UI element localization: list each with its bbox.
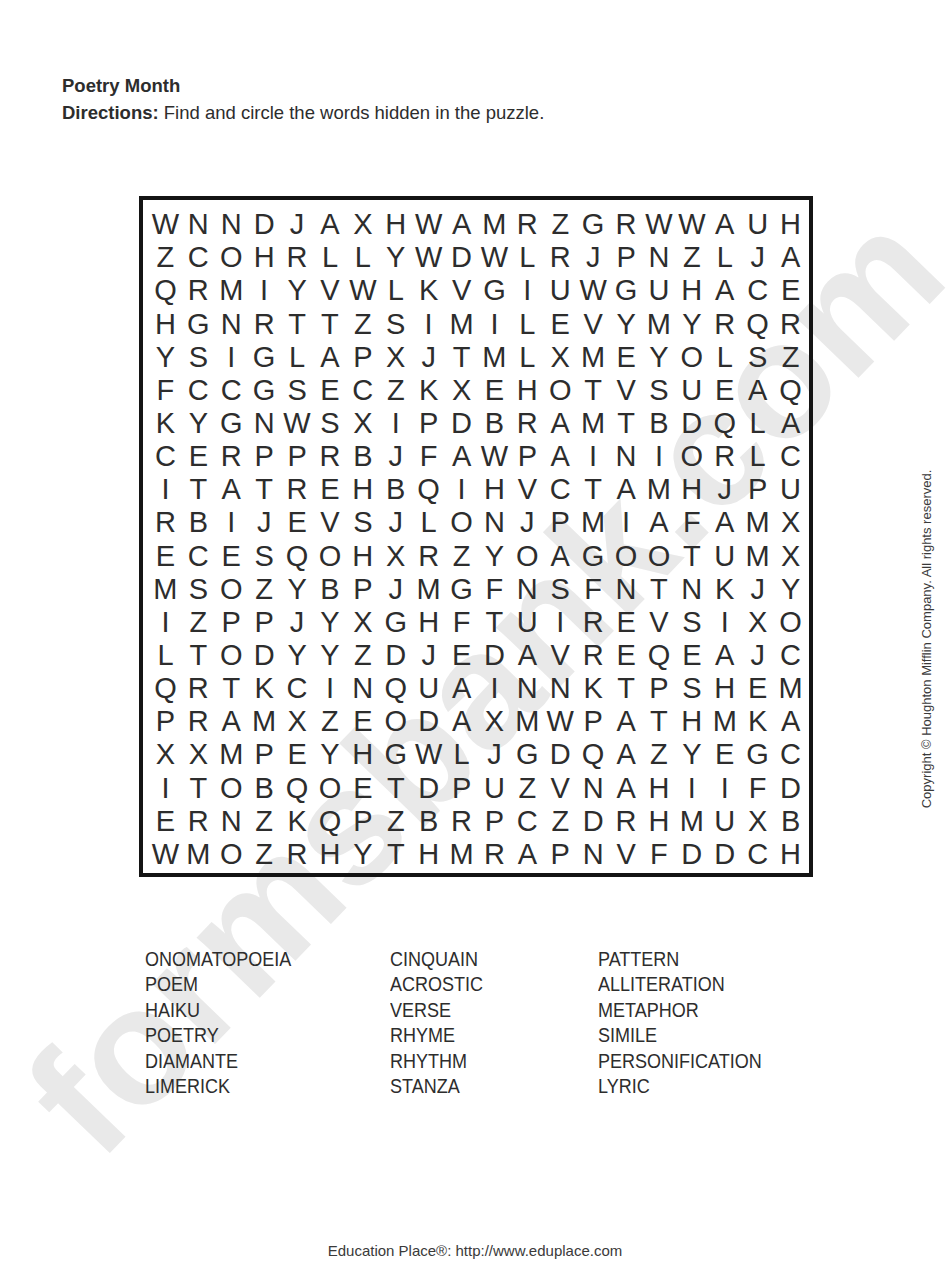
grid-cell: I (314, 672, 347, 705)
grid-cell: G (478, 274, 511, 307)
grid-cell: Z (379, 374, 412, 407)
grid-cell: R (182, 705, 215, 738)
grid-cell: A (708, 274, 741, 307)
grid-cell: N (511, 672, 544, 705)
grid-cell: X (346, 208, 379, 241)
grid-cell: Q (281, 540, 314, 573)
word-list-item: ONOMATOPOEIA (145, 947, 291, 972)
grid-cell: D (445, 407, 478, 440)
grid-cell: S (182, 573, 215, 606)
grid-cell: Q (412, 473, 445, 506)
grid-cell: O (445, 506, 478, 539)
grid-cell: A (774, 407, 807, 440)
grid-cell: H (708, 672, 741, 705)
grid-cell: F (741, 772, 774, 805)
grid-cell: C (774, 440, 807, 473)
grid-cell: N (675, 573, 708, 606)
grid-cell: P (544, 838, 577, 871)
grid-cell: E (610, 341, 643, 374)
grid-cell: T (610, 407, 643, 440)
grid-cell: A (741, 374, 774, 407)
grid-cell: U (708, 540, 741, 573)
grid-cell: X (346, 606, 379, 639)
grid-cell: E (478, 374, 511, 407)
grid-cell: D (248, 639, 281, 672)
word-list-item: STANZA (390, 1074, 483, 1099)
grid-cell: D (577, 805, 610, 838)
grid-cell: S (741, 341, 774, 374)
word-list-item: RHYME (390, 1023, 483, 1048)
grid-cell: K (149, 407, 182, 440)
word-list-item: CINQUAIN (390, 947, 483, 972)
grid-cell: P (544, 506, 577, 539)
grid-cell: N (577, 772, 610, 805)
grid-cell: I (577, 440, 610, 473)
grid-cell: P (577, 705, 610, 738)
grid-cell: Y (774, 573, 807, 606)
word-list-item: POETRY (145, 1023, 291, 1048)
grid-cell: A (708, 639, 741, 672)
grid-cell: R (774, 307, 807, 340)
grid-cell: N (511, 573, 544, 606)
grid-cell: C (215, 374, 248, 407)
grid-cell: X (281, 705, 314, 738)
grid-cell: D (544, 738, 577, 771)
grid-cell: W (281, 407, 314, 440)
grid-cell: F (643, 838, 676, 871)
word-list-item: LYRIC (598, 1074, 762, 1099)
grid-cell: V (610, 374, 643, 407)
grid-cell: J (379, 506, 412, 539)
grid-cell: W (478, 440, 511, 473)
word-list-column-1: ONOMATOPOEIAPOEMHAIKUPOETRYDIAMANTELIMER… (145, 947, 308, 1099)
grid-cell: I (248, 274, 281, 307)
grid-cell: C (149, 440, 182, 473)
grid-cell: Z (182, 606, 215, 639)
grid-cell: E (314, 473, 347, 506)
grid-cell: Y (149, 341, 182, 374)
grid-cell: G (248, 374, 281, 407)
grid-cell: D (412, 772, 445, 805)
grid-cell: A (774, 705, 807, 738)
grid-cell: W (149, 208, 182, 241)
grid-cell: K (412, 274, 445, 307)
grid-cell: U (544, 274, 577, 307)
grid-cell: V (511, 473, 544, 506)
grid-cell: T (248, 473, 281, 506)
grid-cell: O (379, 705, 412, 738)
grid-cell: M (741, 506, 774, 539)
grid-cell: Y (182, 407, 215, 440)
grid-cell: O (215, 639, 248, 672)
grid-cell: X (741, 805, 774, 838)
grid-cell: A (511, 838, 544, 871)
grid-cell: G (741, 738, 774, 771)
grid-cell: M (643, 473, 676, 506)
word-list-item: RHYTHM (390, 1049, 483, 1074)
grid-cell: G (610, 274, 643, 307)
grid-cell: P (346, 805, 379, 838)
grid-cell: A (610, 473, 643, 506)
grid-cell: R (281, 473, 314, 506)
grid-cell: X (774, 540, 807, 573)
grid-cell: X (379, 341, 412, 374)
grid-cell: R (149, 506, 182, 539)
grid-cell: R (610, 208, 643, 241)
grid-cell: G (577, 208, 610, 241)
grid-cell: C (511, 805, 544, 838)
grid-cell: C (544, 473, 577, 506)
grid-cell: R (182, 805, 215, 838)
grid-cell: D (412, 705, 445, 738)
grid-cell: E (281, 506, 314, 539)
grid-cell: L (511, 307, 544, 340)
grid-cell: E (544, 307, 577, 340)
grid-cell: U (412, 672, 445, 705)
grid-cell: J (281, 208, 314, 241)
grid-cell: F (478, 573, 511, 606)
grid-cell: T (281, 307, 314, 340)
grid-cell: D (675, 407, 708, 440)
grid-cell: F (412, 440, 445, 473)
grid-cell: I (478, 672, 511, 705)
grid-cell: P (741, 473, 774, 506)
grid-cell: Z (346, 307, 379, 340)
grid-cell: Q (774, 374, 807, 407)
grid-cell: J (741, 639, 774, 672)
grid-cell: S (182, 341, 215, 374)
grid-cell: H (346, 540, 379, 573)
grid-cell: X (774, 506, 807, 539)
grid-cell: M (577, 407, 610, 440)
grid-cell: Q (149, 672, 182, 705)
grid-cell: J (741, 573, 774, 606)
grid-cell: F (577, 573, 610, 606)
grid-cell: N (215, 805, 248, 838)
grid-cell: L (708, 241, 741, 274)
grid-cell: I (544, 606, 577, 639)
grid-cell: X (346, 407, 379, 440)
grid-cell: C (741, 274, 774, 307)
grid-cell: Z (675, 241, 708, 274)
grid-cell: L (281, 341, 314, 374)
grid-cell: T (215, 672, 248, 705)
grid-cell: R (248, 307, 281, 340)
grid-cell: Z (149, 241, 182, 274)
grid-cell: A (314, 208, 347, 241)
grid-cell: L (511, 241, 544, 274)
grid-cell: T (182, 473, 215, 506)
grid-cell: O (675, 341, 708, 374)
grid-cell: K (577, 672, 610, 705)
grid-cell: P (511, 440, 544, 473)
grid-cell: X (741, 606, 774, 639)
grid-cell: D (445, 241, 478, 274)
grid-cell: C (281, 672, 314, 705)
grid-cell: S (346, 506, 379, 539)
grid-cell: L (741, 407, 774, 440)
grid-cell: E (182, 440, 215, 473)
grid-cell: P (248, 440, 281, 473)
grid-cell: E (708, 738, 741, 771)
grid-cell: N (215, 307, 248, 340)
grid-cell: W (544, 705, 577, 738)
grid-cell: M (445, 307, 478, 340)
grid-cell: W (346, 274, 379, 307)
grid-cell: C (182, 241, 215, 274)
grid-cell: B (248, 772, 281, 805)
grid-cell: D (248, 208, 281, 241)
grid-cell: A (774, 241, 807, 274)
grid-cell: R (511, 407, 544, 440)
grid-cell: S (675, 672, 708, 705)
grid-cell: A (445, 208, 478, 241)
grid-cell: J (412, 639, 445, 672)
grid-cell: E (346, 772, 379, 805)
grid-cell: S (248, 540, 281, 573)
grid-cell: T (182, 639, 215, 672)
grid-cell: M (182, 838, 215, 871)
grid-cell: K (412, 374, 445, 407)
grid-cell: H (675, 473, 708, 506)
grid-cell: M (741, 540, 774, 573)
grid-cell: I (708, 772, 741, 805)
grid-cell: F (675, 506, 708, 539)
word-list-item: LIMERICK (145, 1074, 291, 1099)
grid-cell: J (412, 341, 445, 374)
grid-cell: M (675, 805, 708, 838)
grid-cell: T (577, 473, 610, 506)
grid-cell: G (182, 307, 215, 340)
grid-cell: E (610, 606, 643, 639)
grid-cell: L (412, 506, 445, 539)
grid-cell: U (511, 606, 544, 639)
grid-cell: B (346, 440, 379, 473)
grid-cell: C (774, 639, 807, 672)
grid-cell: O (675, 440, 708, 473)
grid-cell: K (281, 805, 314, 838)
grid-cell: K (248, 672, 281, 705)
grid-cell: V (577, 307, 610, 340)
grid-cell: A (445, 440, 478, 473)
grid-cell: T (643, 705, 676, 738)
grid-cell: B (314, 573, 347, 606)
grid-cell: O (215, 573, 248, 606)
grid-cell: Z (248, 838, 281, 871)
grid-cell: M (774, 672, 807, 705)
grid-cell: S (314, 407, 347, 440)
grid-cell: H (774, 838, 807, 871)
grid-cell: P (248, 738, 281, 771)
grid-cell: O (511, 540, 544, 573)
grid-cell: Z (445, 540, 478, 573)
grid-cell: E (149, 540, 182, 573)
grid-cell: P (281, 440, 314, 473)
grid-cell: I (149, 473, 182, 506)
grid-cell: I (478, 307, 511, 340)
grid-cell: W (412, 208, 445, 241)
grid-cell: S (379, 307, 412, 340)
grid-cell: Z (544, 805, 577, 838)
grid-cell: R (182, 672, 215, 705)
grid-cell: Q (379, 672, 412, 705)
grid-cell: I (412, 307, 445, 340)
grid-cell: I (675, 772, 708, 805)
grid-cell: I (149, 772, 182, 805)
grid-cell: J (708, 473, 741, 506)
directions-text: Find and circle the words hidden in the … (164, 102, 545, 123)
grid-cell: W (149, 838, 182, 871)
grid-cell: N (478, 506, 511, 539)
grid-cell: B (412, 805, 445, 838)
grid-cell: N (643, 241, 676, 274)
grid-cell: O (215, 772, 248, 805)
grid-cell: A (445, 672, 478, 705)
grid-cell: M (412, 573, 445, 606)
grid-cell: P (643, 672, 676, 705)
grid-cell: U (675, 374, 708, 407)
grid-cell: R (182, 274, 215, 307)
grid-cell: W (577, 274, 610, 307)
grid-cell: Z (248, 573, 281, 606)
grid-cell: U (478, 772, 511, 805)
grid-cell: R (577, 639, 610, 672)
grid-cell: W (675, 208, 708, 241)
grid-cell: Y (314, 738, 347, 771)
grid-cell: W (412, 241, 445, 274)
grid-cell: T (182, 772, 215, 805)
grid-cell: A (544, 540, 577, 573)
grid-cell: B (182, 506, 215, 539)
grid-cell: S (281, 374, 314, 407)
grid-cell: O (314, 540, 347, 573)
grid-cell: M (478, 208, 511, 241)
word-list-item: HAIKU (145, 998, 291, 1023)
word-search-grid: WNNDJAXHWAMRZGRWWAUHZCOHRLLYWDWLRJPNZLJA… (139, 196, 813, 877)
grid-cell: I (215, 506, 248, 539)
grid-cell: A (215, 473, 248, 506)
grid-cell: P (346, 573, 379, 606)
grid-cell: A (708, 208, 741, 241)
grid-cell: B (643, 407, 676, 440)
grid-cell: H (643, 772, 676, 805)
grid-cell: K (708, 573, 741, 606)
grid-cell: A (610, 738, 643, 771)
grid-cell: Z (379, 805, 412, 838)
grid-cell: H (478, 473, 511, 506)
grid-cell: Z (314, 705, 347, 738)
grid-cell: A (708, 506, 741, 539)
word-list-item: DIAMANTE (145, 1049, 291, 1074)
grid-cell: E (445, 639, 478, 672)
grid-cell: T (314, 307, 347, 340)
grid-cell: T (643, 573, 676, 606)
grid-cell: Y (379, 241, 412, 274)
grid-cell: H (511, 374, 544, 407)
grid-cell: V (314, 274, 347, 307)
grid-cell: I (643, 440, 676, 473)
grid-cell: N (544, 672, 577, 705)
grid-cell: D (774, 772, 807, 805)
word-list-item: SIMILE (598, 1023, 762, 1048)
grid-cell: G (379, 606, 412, 639)
grid-cell: O (215, 838, 248, 871)
grid-cell: I (215, 341, 248, 374)
grid-cell: L (314, 241, 347, 274)
grid-cell: E (610, 639, 643, 672)
grid-cell: Q (281, 772, 314, 805)
grid-cell: Q (577, 738, 610, 771)
grid-cell: M (577, 341, 610, 374)
copyright-notice: Copyright © Houghton Mifflin Company. Al… (919, 470, 934, 809)
grid-cell: Q (708, 407, 741, 440)
grid-cell: Z (248, 805, 281, 838)
grid-cell: I (379, 407, 412, 440)
grid-cell: Y (610, 307, 643, 340)
grid-cell: T (675, 540, 708, 573)
grid-cell: R (577, 606, 610, 639)
grid-cell: G (511, 738, 544, 771)
grid-cell: J (577, 241, 610, 274)
grid-cell: U (643, 274, 676, 307)
grid-cell: H (346, 738, 379, 771)
grid-cell: A (511, 639, 544, 672)
grid-cell: T (577, 374, 610, 407)
grid-cell: M (643, 307, 676, 340)
grid-cell: E (708, 374, 741, 407)
grid-cell: V (643, 606, 676, 639)
grid-cell: I (610, 506, 643, 539)
grid-cell: C (346, 374, 379, 407)
grid-cell: M (511, 705, 544, 738)
grid-cell: D (379, 639, 412, 672)
grid-cell: D (478, 639, 511, 672)
word-list-item: PERSONIFICATION (598, 1049, 762, 1074)
grid-cell: P (346, 341, 379, 374)
grid-cell: F (149, 374, 182, 407)
grid-cell: O (643, 540, 676, 573)
word-list-item: ACROSTIC (390, 972, 483, 997)
grid-cell: R (281, 241, 314, 274)
grid-cell: P (478, 805, 511, 838)
directions: Directions: Find and circle the words hi… (62, 103, 544, 122)
grid-cell: R (445, 805, 478, 838)
grid-cell: T (610, 672, 643, 705)
grid-cell: M (445, 838, 478, 871)
grid-cell: E (741, 672, 774, 705)
grid-cell: Q (149, 274, 182, 307)
grid-cell: P (248, 606, 281, 639)
grid-cell: U (774, 473, 807, 506)
grid-cell: Y (675, 738, 708, 771)
grid-cell: W (412, 738, 445, 771)
grid-cell: M (248, 705, 281, 738)
grid-cell: R (708, 307, 741, 340)
grid-cell: L (346, 241, 379, 274)
grid-cell: G (379, 738, 412, 771)
grid-cell: E (149, 805, 182, 838)
grid-cell: J (248, 506, 281, 539)
grid-cell: W (478, 241, 511, 274)
directions-label: Directions: (62, 102, 159, 123)
grid-cell: H (379, 208, 412, 241)
grid-cell: Y (281, 573, 314, 606)
grid-cell: P (610, 241, 643, 274)
grid-cell: X (379, 540, 412, 573)
grid-cell: I (511, 274, 544, 307)
grid-cell: S (643, 374, 676, 407)
grid-cell: N (610, 573, 643, 606)
